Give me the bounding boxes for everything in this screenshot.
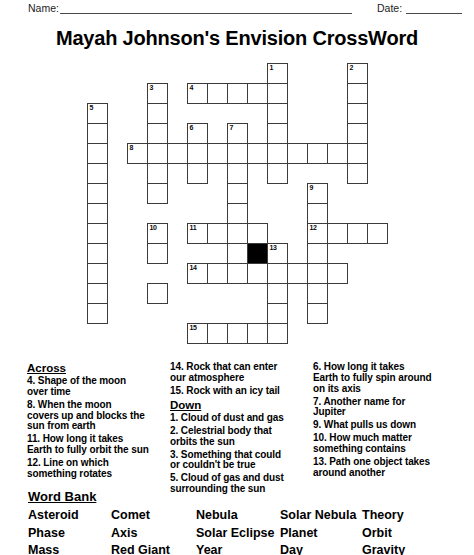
header-bar: Name: Date: (0, 0, 474, 18)
grid-cell[interactable] (147, 283, 168, 304)
word-bank-word: Phase (28, 527, 111, 540)
clue-column-2: 14. Rock that can enter our atmosphere15… (170, 362, 316, 497)
clue-number: 7 (230, 124, 234, 132)
grid-cell[interactable] (187, 163, 208, 184)
grid-cell[interactable]: 2 (347, 63, 368, 84)
grid-cell[interactable] (267, 323, 288, 344)
page-title: Mayah Johnson's Envision CrossWord (0, 27, 474, 50)
word-bank-grid: AsteroidCometNebulaSolar NebulaTheoryPha… (28, 509, 468, 555)
grid-cell[interactable] (287, 143, 308, 164)
grid-cell[interactable] (87, 303, 108, 324)
grid-cell[interactable] (207, 323, 228, 344)
grid-cell[interactable] (247, 223, 268, 244)
grid-cell[interactable] (247, 323, 268, 344)
grid-cell[interactable] (207, 143, 228, 164)
down-header: Down (170, 399, 316, 412)
clue-number: 11 (190, 224, 197, 232)
grid-cell[interactable]: 15 (187, 323, 208, 344)
grid-cell[interactable] (87, 143, 108, 164)
grid-cell[interactable] (267, 263, 288, 284)
grid-cell[interactable] (247, 83, 268, 104)
grid-cell[interactable] (227, 263, 248, 284)
grid-cell[interactable]: 10 (147, 223, 168, 244)
grid-cell[interactable]: 4 (187, 83, 208, 104)
grid-cell[interactable] (307, 143, 328, 164)
word-bank-word: Theory (362, 509, 468, 522)
grid-cell[interactable] (307, 203, 328, 224)
grid-cell[interactable] (87, 163, 108, 184)
grid-cell[interactable] (87, 203, 108, 224)
word-bank-word: Solar Nebula (280, 509, 362, 522)
grid-cell[interactable] (207, 263, 228, 284)
word-bank-word: Orbit (362, 527, 468, 540)
across-clue-14: 14. Rock that can enter our atmosphere (170, 362, 316, 384)
grid-cell[interactable] (327, 143, 348, 164)
grid-cell[interactable]: 14 (187, 263, 208, 284)
grid-cell[interactable] (227, 203, 248, 224)
grid-cell[interactable]: 7 (227, 123, 248, 144)
word-bank-word: Solar Eclipse (196, 527, 280, 540)
grid-cell[interactable] (167, 143, 188, 164)
clue-number: 10 (150, 224, 157, 232)
grid-cell[interactable] (267, 163, 288, 184)
grid-cell[interactable] (227, 223, 248, 244)
clue-number: 15 (190, 324, 197, 332)
down-clue-9: 9. What pulls us down (313, 420, 459, 431)
clue-number: 6 (190, 124, 194, 132)
grid-cell[interactable] (147, 143, 168, 164)
word-bank-word: Gravity (362, 544, 468, 555)
grid-cell[interactable]: 12 (307, 223, 328, 244)
down-clue-2: 2. Celestrial body that orbits the sun (170, 426, 316, 448)
clue-number: 14 (190, 264, 197, 272)
name-line[interactable] (60, 2, 352, 14)
grid-cell[interactable]: 1 (267, 63, 288, 84)
word-bank-word: Asteroid (28, 509, 111, 522)
name-label: Name: (28, 2, 59, 14)
grid-cell[interactable] (227, 243, 248, 264)
grid-cell[interactable] (227, 183, 248, 204)
grid-cell[interactable]: 6 (187, 123, 208, 144)
grid-cell[interactable] (307, 243, 328, 264)
grid-cell[interactable]: 13 (267, 243, 288, 264)
across-clue-4: 4. Shape of the moon over time (27, 376, 173, 398)
grid-cell[interactable]: 9 (307, 183, 328, 204)
grid-cell[interactable] (307, 263, 328, 284)
grid-cell[interactable] (307, 283, 328, 304)
grid-cell[interactable] (367, 223, 388, 244)
across-header: Across (27, 362, 173, 375)
grid-cell[interactable] (307, 303, 328, 324)
grid-cell[interactable] (147, 123, 168, 144)
grid-cell[interactable] (87, 263, 108, 284)
word-bank-word: Year (196, 544, 280, 555)
grid-cell[interactable] (267, 283, 288, 304)
date-label: Date: (377, 2, 402, 14)
grid-cell[interactable] (227, 83, 248, 104)
grid-cell[interactable]: 3 (147, 83, 168, 104)
grid-cell[interactable]: 5 (87, 103, 108, 124)
down-clue-6: 6. How long it takes Earth to fully spin… (313, 362, 459, 394)
grid-cell[interactable] (267, 83, 288, 104)
grid-cell[interactable] (87, 183, 108, 204)
grid-cell[interactable] (347, 123, 368, 144)
grid-cell[interactable] (247, 263, 268, 284)
grid-cell[interactable] (287, 263, 308, 284)
across-clue-8: 8. When the moon covers up and blocks th… (27, 400, 173, 432)
grid-cell[interactable] (247, 143, 268, 164)
word-bank-word: Planet (280, 527, 362, 540)
clue-number: 8 (130, 144, 134, 152)
word-bank-header: Word Bank (28, 489, 96, 504)
grid-cell[interactable] (187, 143, 208, 164)
clue-number: 4 (190, 84, 194, 92)
grid-cell[interactable] (147, 243, 168, 264)
grid-cell[interactable] (87, 123, 108, 144)
grid-cell[interactable] (347, 163, 368, 184)
grid-cell[interactable] (267, 143, 288, 164)
clue-number: 13 (270, 244, 277, 252)
grid-cell[interactable] (267, 123, 288, 144)
word-bank-section: Word Bank AsteroidCometNebulaSolar Nebul… (28, 487, 468, 555)
word-bank-word: Red Giant (111, 544, 196, 555)
grid-cell[interactable] (327, 263, 348, 284)
clue-number: 5 (90, 104, 94, 112)
across-clue-12: 12. Line on which something rotates (27, 458, 173, 480)
grid-cell[interactable] (267, 103, 288, 124)
clue-column-1: Across4. Shape of the moon over time8. W… (27, 362, 173, 482)
crossword-grid: 123456789101112131415 (87, 63, 388, 344)
clue-number: 1 (270, 64, 274, 72)
clue-number: 3 (150, 84, 154, 92)
grid-cell[interactable] (227, 143, 248, 164)
down-clue-3: 3. Something that could or couldn't be t… (170, 450, 316, 472)
grid-cell[interactable] (147, 103, 168, 124)
grid-cell[interactable] (87, 223, 108, 244)
across-clue-11: 11. How long it takes Earth to fully orb… (27, 434, 173, 456)
word-bank-word: Comet (111, 509, 196, 522)
grid-cell[interactable] (267, 303, 288, 324)
grid-cell[interactable] (347, 223, 368, 244)
black-cell (247, 243, 268, 264)
down-clue-1: 1. Cloud of dust and gas (170, 413, 316, 424)
grid-cell[interactable] (347, 143, 368, 164)
grid-cell[interactable] (87, 283, 108, 304)
clue-number: 12 (310, 224, 317, 232)
down-clue-7: 7. Another name for Jupiter (313, 397, 459, 419)
grid-cell[interactable] (227, 323, 248, 344)
date-line[interactable] (406, 2, 462, 14)
down-clue-13: 13. Path one object takes around another (313, 457, 459, 479)
grid-cell[interactable]: 11 (187, 223, 208, 244)
word-bank-word: Nebula (196, 509, 280, 522)
grid-cell[interactable] (347, 83, 368, 104)
grid-cell[interactable] (147, 163, 168, 184)
clue-number: 2 (350, 64, 354, 72)
clue-number: 9 (310, 184, 314, 192)
grid-cell[interactable] (347, 103, 368, 124)
grid-cell[interactable] (207, 223, 228, 244)
grid-cell[interactable] (87, 243, 108, 264)
across-clue-15: 15. Rock with an icy tail (170, 386, 316, 397)
grid-cell[interactable]: 8 (127, 143, 148, 164)
grid-cell[interactable] (207, 83, 228, 104)
down-clue-10: 10. How much matter something contains (313, 433, 459, 455)
grid-cell[interactable] (327, 223, 348, 244)
word-bank-word: Day (280, 544, 362, 555)
grid-cell[interactable] (147, 183, 168, 204)
word-bank-word: Mass (28, 544, 111, 555)
word-bank-word: Axis (111, 527, 196, 540)
clue-column-3: 6. How long it takes Earth to fully spin… (313, 362, 459, 481)
grid-cell[interactable] (227, 163, 248, 184)
